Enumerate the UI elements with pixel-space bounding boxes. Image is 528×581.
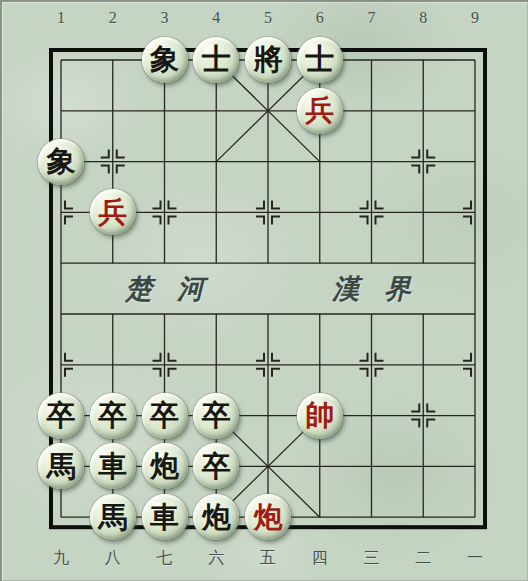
file-label-top-8: 8 [397, 9, 449, 27]
xiangqi-board-window: 123456789 楚河漢界 象士將士兵象兵卒卒卒卒帥馬車炮卒馬車炮炮 九八七六… [0, 0, 528, 581]
piece-black-soldier[interactable]: 卒 [38, 393, 84, 439]
file-label-top-7: 7 [346, 9, 398, 27]
piece-glyph: 炮 [254, 503, 283, 532]
piece-glyph: 帥 [305, 401, 334, 430]
piece-black-cannon[interactable]: 炮 [193, 494, 239, 540]
file-label-bottom-6: 四 [294, 548, 346, 569]
file-label-top-3: 3 [139, 9, 191, 27]
piece-glyph: 卒 [47, 401, 76, 430]
file-label-bottom-1: 九 [35, 548, 87, 569]
file-label-bottom-8: 二 [397, 548, 449, 569]
piece-glyph: 卒 [150, 401, 179, 430]
piece-glyph: 士 [305, 45, 334, 74]
file-label-top-6: 6 [294, 9, 346, 27]
piece-glyph: 卒 [202, 401, 231, 430]
piece-glyph: 象 [150, 45, 179, 74]
piece-glyph: 士 [202, 45, 231, 74]
piece-glyph: 馬 [98, 503, 127, 532]
piece-black-soldier[interactable]: 卒 [193, 443, 239, 489]
file-label-bottom-2: 八 [87, 548, 139, 569]
file-label-top-5: 5 [242, 9, 294, 27]
piece-glyph: 卒 [202, 452, 231, 481]
piece-red-cannon[interactable]: 炮 [245, 494, 291, 540]
piece-glyph: 將 [254, 45, 283, 74]
piece-glyph: 象 [47, 147, 76, 176]
piece-red-general[interactable]: 帥 [297, 393, 343, 439]
file-label-top-1: 1 [35, 9, 87, 27]
piece-black-elephant[interactable]: 象 [142, 37, 188, 83]
file-label-bottom-9: 一 [449, 548, 501, 569]
piece-black-soldier[interactable]: 卒 [193, 393, 239, 439]
file-label-top-2: 2 [87, 9, 139, 27]
file-label-top-9: 9 [449, 9, 501, 27]
piece-black-soldier[interactable]: 卒 [142, 393, 188, 439]
piece-glyph: 炮 [150, 452, 179, 481]
piece-black-chariot[interactable]: 車 [142, 494, 188, 540]
file-label-bottom-5: 五 [242, 548, 294, 569]
piece-glyph: 兵 [305, 96, 334, 125]
piece-glyph: 兵 [98, 198, 127, 227]
piece-black-advisor[interactable]: 士 [193, 37, 239, 83]
piece-glyph: 卒 [98, 401, 127, 430]
piece-glyph: 車 [98, 452, 127, 481]
piece-red-soldier[interactable]: 兵 [297, 88, 343, 134]
piece-glyph: 車 [150, 503, 179, 532]
piece-glyph: 馬 [47, 452, 76, 481]
piece-black-cannon[interactable]: 炮 [142, 443, 188, 489]
piece-black-horse[interactable]: 馬 [90, 494, 136, 540]
bottom-coordinates: 九八七六五四三二一 [35, 548, 501, 569]
piece-glyph: 炮 [202, 503, 231, 532]
file-label-bottom-7: 三 [346, 548, 398, 569]
file-label-bottom-4: 六 [190, 548, 242, 569]
file-label-top-4: 4 [190, 9, 242, 27]
piece-black-general[interactable]: 將 [245, 37, 291, 83]
piece-black-soldier[interactable]: 卒 [90, 393, 136, 439]
top-coordinates: 123456789 [35, 9, 501, 27]
piece-black-chariot[interactable]: 車 [90, 443, 136, 489]
piece-black-advisor[interactable]: 士 [297, 37, 343, 83]
piece-black-horse[interactable]: 馬 [38, 443, 84, 489]
piece-black-elephant[interactable]: 象 [38, 139, 84, 185]
piece-red-soldier[interactable]: 兵 [90, 189, 136, 235]
file-label-bottom-3: 七 [139, 548, 191, 569]
board-grid: 象士將士兵象兵卒卒卒卒帥馬車炮卒馬車炮炮 [35, 35, 501, 543]
